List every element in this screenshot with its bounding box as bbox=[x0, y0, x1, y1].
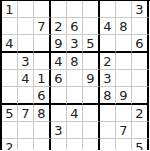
given-digit: 1 bbox=[5, 3, 13, 16]
sudoku-cell-r2c6[interactable] bbox=[83, 18, 100, 35]
sudoku-cell-r5c4[interactable]: 6 bbox=[51, 70, 67, 87]
sudoku-cell-r3c1[interactable]: 4 bbox=[2, 35, 18, 53]
given-digit: 2 bbox=[135, 107, 143, 120]
sudoku-cell-r4c7[interactable]: 2 bbox=[100, 53, 116, 70]
sudoku-cell-r8c7[interactable] bbox=[100, 122, 116, 139]
given-digit: 8 bbox=[103, 89, 111, 102]
sudoku-cell-r8c2[interactable] bbox=[18, 122, 34, 139]
sudoku-cell-r5c9[interactable] bbox=[132, 70, 149, 87]
sudoku-cell-r1c9[interactable]: 3 bbox=[132, 1, 149, 18]
sudoku-cell-r2c7[interactable]: 4 bbox=[100, 18, 116, 35]
sudoku-cell-r7c6[interactable] bbox=[83, 105, 100, 122]
sudoku-cell-r4c9[interactable] bbox=[132, 53, 149, 70]
given-digit: 9 bbox=[119, 89, 127, 102]
sudoku-cell-r4c5[interactable]: 8 bbox=[67, 53, 83, 70]
sudoku-cell-r9c9[interactable]: 5 bbox=[132, 139, 149, 150]
sudoku-cell-r2c4[interactable]: 2 bbox=[51, 18, 67, 35]
given-digit: 5 bbox=[5, 107, 13, 120]
sudoku-cell-r6c2[interactable] bbox=[18, 87, 34, 105]
sudoku-cell-r1c2[interactable] bbox=[18, 1, 34, 18]
sudoku-cell-r9c7[interactable] bbox=[100, 139, 116, 150]
sudoku-cell-r1c8[interactable] bbox=[116, 1, 132, 18]
given-digit: 7 bbox=[37, 20, 45, 33]
sudoku-cell-r6c7[interactable]: 8 bbox=[100, 87, 116, 105]
given-digit: 1 bbox=[37, 72, 45, 85]
given-digit: 6 bbox=[54, 72, 62, 85]
sudoku-cell-r1c1[interactable]: 1 bbox=[2, 1, 18, 18]
sudoku-cell-r9c8[interactable] bbox=[116, 139, 132, 150]
sudoku-cell-r7c1[interactable]: 5 bbox=[2, 105, 18, 122]
sudoku-cell-r7c5[interactable]: 4 bbox=[67, 105, 83, 122]
sudoku-cell-r6c6[interactable] bbox=[83, 87, 100, 105]
sudoku-cell-r7c2[interactable]: 7 bbox=[18, 105, 34, 122]
sudoku-cell-r8c1[interactable] bbox=[2, 122, 18, 139]
given-digit: 3 bbox=[54, 124, 62, 137]
sudoku-cell-r3c9[interactable]: 6 bbox=[132, 35, 149, 53]
sudoku-cell-r3c2[interactable] bbox=[18, 35, 34, 53]
sudoku-cell-r9c6[interactable] bbox=[83, 139, 100, 150]
given-digit: 4 bbox=[103, 20, 111, 33]
sudoku-cell-r1c7[interactable] bbox=[100, 1, 116, 18]
sudoku-cell-r7c7[interactable] bbox=[100, 105, 116, 122]
sudoku-cell-r2c1[interactable] bbox=[2, 18, 18, 35]
sudoku-cell-r5c1[interactable] bbox=[2, 70, 18, 87]
sudoku-cell-r5c2[interactable]: 4 bbox=[18, 70, 34, 87]
sudoku-cell-r5c3[interactable]: 1 bbox=[34, 70, 51, 87]
given-digit: 7 bbox=[119, 124, 127, 137]
sudoku-cell-r4c2[interactable]: 3 bbox=[18, 53, 34, 70]
sudoku-cell-r6c8[interactable]: 9 bbox=[116, 87, 132, 105]
sudoku-cell-r4c3[interactable] bbox=[34, 53, 51, 70]
given-digit: 7 bbox=[21, 107, 29, 120]
given-digit: 5 bbox=[135, 141, 143, 151]
sudoku-cell-r4c4[interactable]: 4 bbox=[51, 53, 67, 70]
given-digit: 6 bbox=[135, 37, 143, 50]
sudoku-cell-r6c3[interactable]: 6 bbox=[34, 87, 51, 105]
sudoku-cell-r2c5[interactable]: 6 bbox=[67, 18, 83, 35]
given-digit: 3 bbox=[21, 55, 29, 68]
sudoku-cell-r5c7[interactable]: 3 bbox=[100, 70, 116, 87]
sudoku-cell-r5c5[interactable] bbox=[67, 70, 83, 87]
sudoku-cell-r9c3[interactable] bbox=[34, 139, 51, 150]
sudoku-cell-r4c6[interactable] bbox=[83, 53, 100, 70]
given-digit: 9 bbox=[86, 72, 94, 85]
sudoku-cell-r6c1[interactable] bbox=[2, 87, 18, 105]
sudoku-cell-r5c8[interactable] bbox=[116, 70, 132, 87]
sudoku-cell-r8c9[interactable] bbox=[132, 122, 149, 139]
given-digit: 8 bbox=[119, 20, 127, 33]
sudoku-cell-r2c3[interactable]: 7 bbox=[34, 18, 51, 35]
sudoku-cell-r2c8[interactable]: 8 bbox=[116, 18, 132, 35]
sudoku-cell-r7c9[interactable]: 2 bbox=[132, 105, 149, 122]
given-digit: 9 bbox=[54, 37, 62, 50]
sudoku-board: 137264849356348241693689578423725 bbox=[0, 0, 150, 150]
given-digit: 2 bbox=[54, 20, 62, 33]
sudoku-cell-r2c9[interactable] bbox=[132, 18, 149, 35]
sudoku-cell-r5c6[interactable]: 9 bbox=[83, 70, 100, 87]
given-digit: 8 bbox=[37, 107, 45, 120]
given-digit: 4 bbox=[21, 72, 29, 85]
given-digit: 6 bbox=[70, 20, 78, 33]
given-digit: 4 bbox=[5, 37, 13, 50]
sudoku-cell-r9c1[interactable]: 2 bbox=[2, 139, 18, 150]
sudoku-cell-r1c6[interactable] bbox=[83, 1, 100, 18]
given-digit: 4 bbox=[70, 107, 78, 120]
sudoku-grid: 137264849356348241693689578423725 bbox=[2, 1, 150, 150]
sudoku-cell-r9c2[interactable] bbox=[18, 139, 34, 150]
sudoku-cell-r9c5[interactable] bbox=[67, 139, 83, 150]
sudoku-cell-r4c8[interactable] bbox=[116, 53, 132, 70]
sudoku-cell-r6c5[interactable] bbox=[67, 87, 83, 105]
sudoku-cell-r1c4[interactable] bbox=[51, 1, 67, 18]
sudoku-cell-r6c4[interactable] bbox=[51, 87, 67, 105]
sudoku-cell-r3c3[interactable] bbox=[34, 35, 51, 53]
given-digit: 4 bbox=[54, 55, 62, 68]
given-digit: 5 bbox=[86, 37, 94, 50]
sudoku-cell-r8c5[interactable] bbox=[67, 122, 83, 139]
sudoku-cell-r9c4[interactable] bbox=[51, 139, 67, 150]
given-digit: 3 bbox=[103, 72, 111, 85]
sudoku-cell-r3c5[interactable]: 3 bbox=[67, 35, 83, 53]
sudoku-cell-r4c1[interactable] bbox=[2, 53, 18, 70]
sudoku-cell-r1c5[interactable] bbox=[67, 1, 83, 18]
given-digit: 3 bbox=[70, 37, 78, 50]
sudoku-cell-r7c3[interactable]: 8 bbox=[34, 105, 51, 122]
sudoku-cell-r7c8[interactable] bbox=[116, 105, 132, 122]
sudoku-cell-r2c2[interactable] bbox=[18, 18, 34, 35]
sudoku-cell-r3c6[interactable]: 5 bbox=[83, 35, 100, 53]
sudoku-cell-r1c3[interactable] bbox=[34, 1, 51, 18]
given-digit: 2 bbox=[5, 141, 13, 151]
given-digit: 6 bbox=[37, 89, 45, 102]
sudoku-cell-r6c9[interactable] bbox=[132, 87, 149, 105]
sudoku-cell-r3c7[interactable] bbox=[100, 35, 116, 53]
sudoku-cell-r7c4[interactable] bbox=[51, 105, 67, 122]
given-digit: 2 bbox=[103, 55, 111, 68]
sudoku-cell-r8c4[interactable]: 3 bbox=[51, 122, 67, 139]
given-digit: 8 bbox=[70, 55, 78, 68]
sudoku-cell-r8c8[interactable]: 7 bbox=[116, 122, 132, 139]
sudoku-cell-r8c3[interactable] bbox=[34, 122, 51, 139]
given-digit: 3 bbox=[135, 3, 143, 16]
sudoku-cell-r3c8[interactable] bbox=[116, 35, 132, 53]
sudoku-cell-r3c4[interactable]: 9 bbox=[51, 35, 67, 53]
sudoku-cell-r8c6[interactable] bbox=[83, 122, 100, 139]
